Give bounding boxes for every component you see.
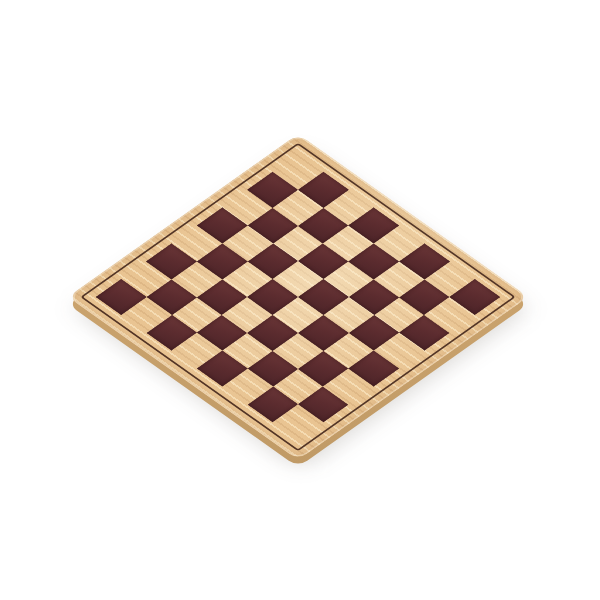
product-photo-scene <box>0 0 600 600</box>
pieces-layer <box>0 0 600 600</box>
